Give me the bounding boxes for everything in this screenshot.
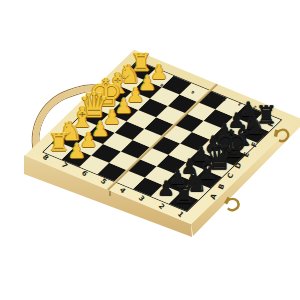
far-file-label-e: E — [104, 98, 109, 102]
board-surface — [25, 50, 300, 224]
chess-set-photo: 87654321ABCDEFGH87654321ABCDEFGH♜♞♝♛♚♝♞♜… — [0, 0, 300, 300]
brass-clasp-icon — [272, 126, 291, 147]
